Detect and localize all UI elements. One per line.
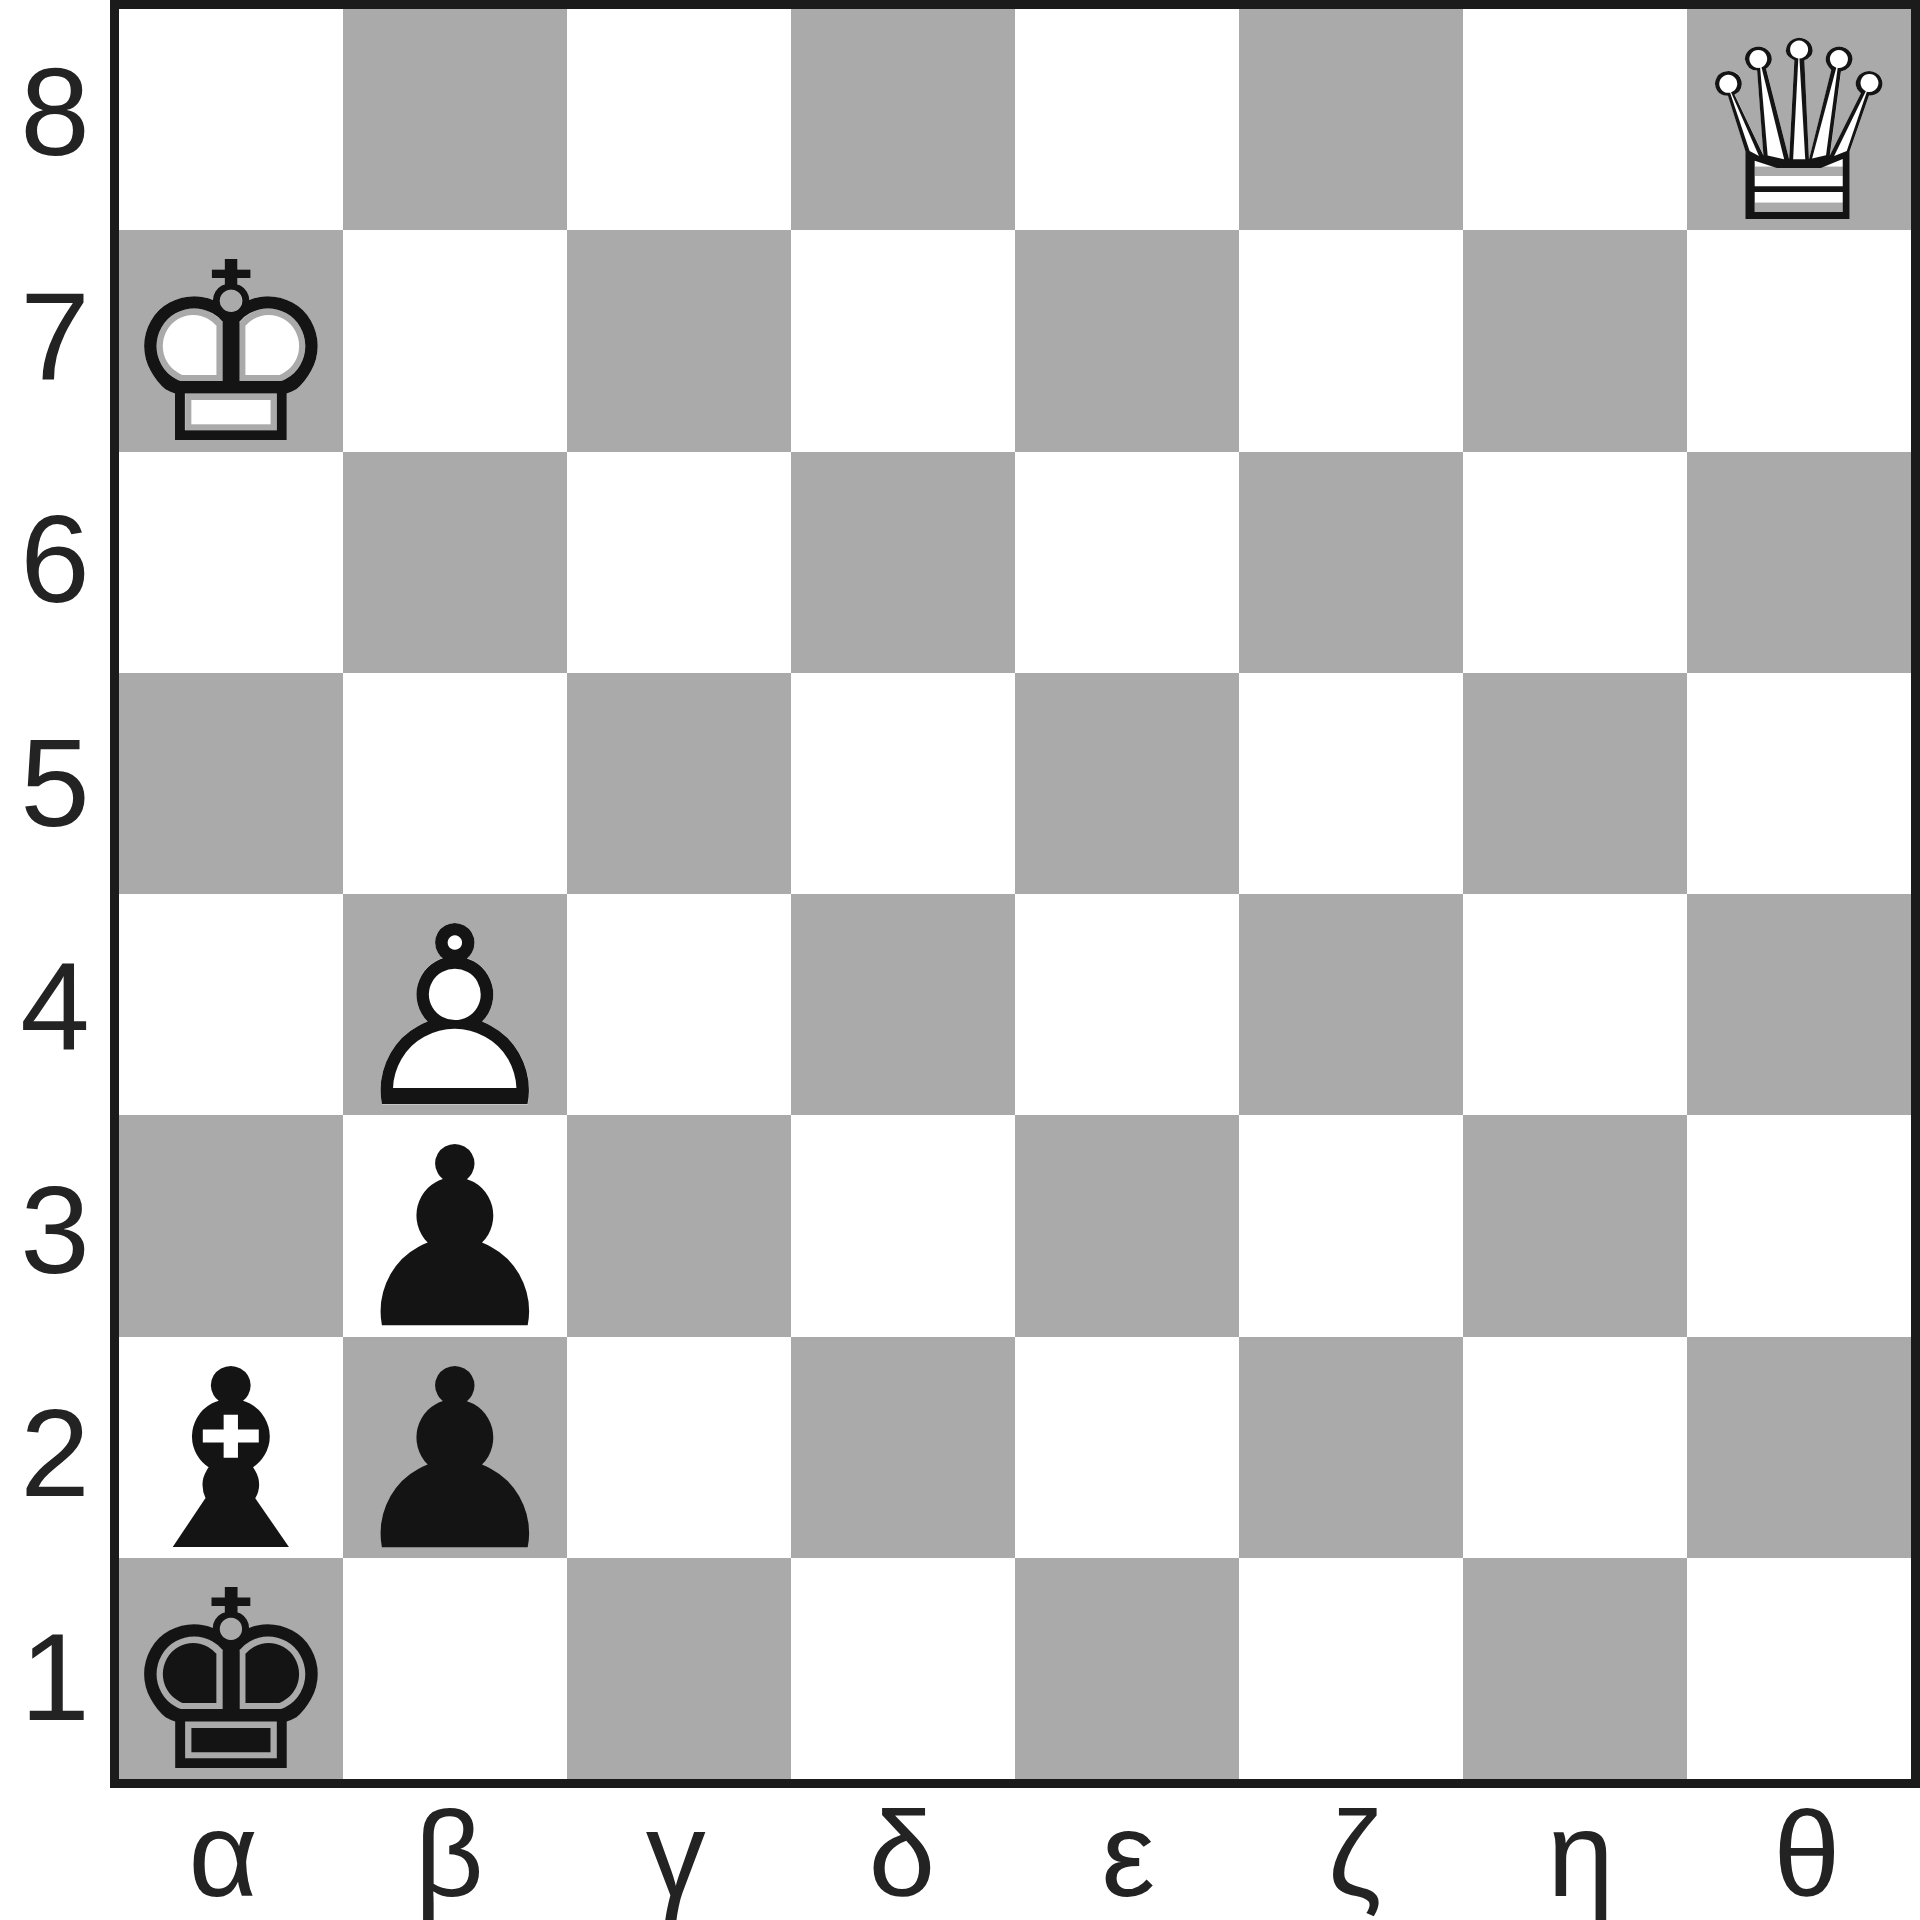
square-ε3[interactable] [1015,1115,1239,1336]
square-δ4[interactable] [791,894,1015,1115]
file-label-ζ: ζ [1241,1788,1467,1920]
file-label-ε: ε [1015,1788,1241,1920]
square-η2[interactable] [1463,1337,1687,1558]
black-pawn[interactable]: ♟ [343,1115,567,1336]
square-δ7[interactable] [791,230,1015,451]
rank-label-1: 1 [0,1565,110,1789]
rank-label-5: 5 [0,671,110,895]
rank-labels: 87654321 [0,0,110,1788]
file-label-γ: γ [563,1788,789,1920]
rank-label-2: 2 [0,1341,110,1565]
black-bishop[interactable]: ♝ [119,1337,343,1558]
square-ε4[interactable] [1015,894,1239,1115]
square-γ3[interactable] [567,1115,791,1336]
square-η5[interactable] [1463,673,1687,894]
file-label-β: β [336,1788,562,1920]
square-δ6[interactable] [791,452,1015,673]
square-δ2[interactable] [791,1337,1015,1558]
rank-label-7: 7 [0,224,110,448]
square-β1[interactable] [343,1558,567,1779]
white-queen[interactable]: ♛♕ [1687,9,1911,230]
white-king-outline-glyph: ♔ [120,230,342,478]
square-θ8[interactable]: ♛♕ [1687,9,1911,230]
square-α7[interactable]: ♚♔ [119,230,343,451]
chess-diagram-page: 87654321 ♛♕♚♔♟♙♟♝♟♚ αβγδεζηθ [0,0,1920,1920]
square-θ5[interactable] [1687,673,1911,894]
rank-label-8: 8 [0,0,110,224]
square-ζ2[interactable] [1239,1337,1463,1558]
file-label-α: α [110,1788,336,1920]
square-η6[interactable] [1463,452,1687,673]
square-ζ5[interactable] [1239,673,1463,894]
square-ζ8[interactable] [1239,9,1463,230]
square-ζ4[interactable] [1239,894,1463,1115]
square-β6[interactable] [343,452,567,673]
square-η1[interactable] [1463,1558,1687,1779]
black-pawn[interactable]: ♟ [343,1337,567,1558]
square-δ5[interactable] [791,673,1015,894]
square-ε5[interactable] [1015,673,1239,894]
file-label-η: η [1468,1788,1694,1920]
file-label-θ: θ [1694,1788,1920,1920]
square-α4[interactable] [119,894,343,1115]
square-γ4[interactable] [567,894,791,1115]
white-king[interactable]: ♚♔ [119,230,343,451]
square-γ7[interactable] [567,230,791,451]
square-η3[interactable] [1463,1115,1687,1336]
square-ε2[interactable] [1015,1337,1239,1558]
square-α8[interactable] [119,9,343,230]
square-γ8[interactable] [567,9,791,230]
square-α5[interactable] [119,673,343,894]
square-β7[interactable] [343,230,567,451]
square-θ4[interactable] [1687,894,1911,1115]
square-θ6[interactable] [1687,452,1911,673]
square-θ3[interactable] [1687,1115,1911,1336]
square-β3[interactable]: ♟ [343,1115,567,1336]
square-θ1[interactable] [1687,1558,1911,1779]
square-β4[interactable]: ♟♙ [343,894,567,1115]
file-label-δ: δ [789,1788,1015,1920]
square-ζ6[interactable] [1239,452,1463,673]
chess-board: ♛♕♚♔♟♙♟♝♟♚ [119,9,1911,1779]
square-γ5[interactable] [567,673,791,894]
square-δ8[interactable] [791,9,1015,230]
square-ε6[interactable] [1015,452,1239,673]
square-θ2[interactable] [1687,1337,1911,1558]
square-γ1[interactable] [567,1558,791,1779]
rank-label-4: 4 [0,894,110,1118]
black-pawn-glyph: ♟ [344,1337,566,1585]
square-β8[interactable] [343,9,567,230]
square-η8[interactable] [1463,9,1687,230]
square-α3[interactable] [119,1115,343,1336]
black-king-glyph: ♚ [120,1558,342,1806]
square-α6[interactable] [119,452,343,673]
square-β2[interactable]: ♟ [343,1337,567,1558]
square-ζ1[interactable] [1239,1558,1463,1779]
chess-board-frame: ♛♕♚♔♟♙♟♝♟♚ [110,0,1920,1788]
square-δ1[interactable] [791,1558,1015,1779]
square-θ7[interactable] [1687,230,1911,451]
file-labels: αβγδεζηθ [110,1788,1920,1920]
square-γ6[interactable] [567,452,791,673]
black-king[interactable]: ♚ [119,1558,343,1779]
white-pawn[interactable]: ♟♙ [343,894,567,1115]
square-ζ7[interactable] [1239,230,1463,451]
square-η4[interactable] [1463,894,1687,1115]
square-γ2[interactable] [567,1337,791,1558]
square-ε7[interactable] [1015,230,1239,451]
square-ζ3[interactable] [1239,1115,1463,1336]
rank-label-3: 3 [0,1118,110,1342]
square-δ3[interactable] [791,1115,1015,1336]
rank-label-6: 6 [0,447,110,671]
square-η7[interactable] [1463,230,1687,451]
white-queen-outline-glyph: ♕ [1688,9,1910,257]
square-α2[interactable]: ♝ [119,1337,343,1558]
square-ε8[interactable] [1015,9,1239,230]
square-ε1[interactable] [1015,1558,1239,1779]
square-β5[interactable] [343,673,567,894]
square-α1[interactable]: ♚ [119,1558,343,1779]
